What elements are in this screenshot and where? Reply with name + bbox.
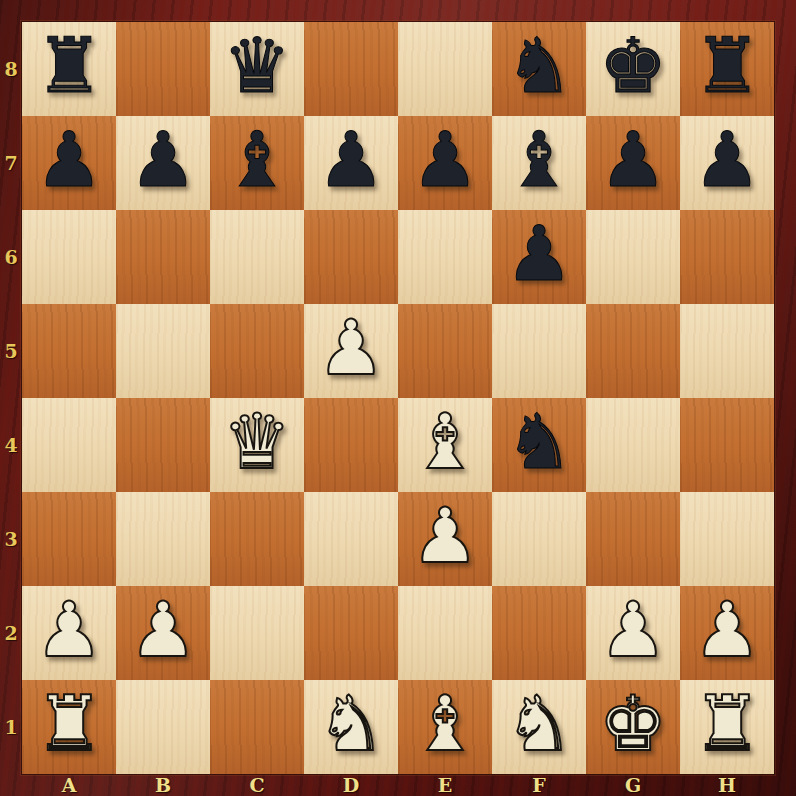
piece-black-rook[interactable]: ♜ (35, 28, 103, 104)
square-e4[interactable]: ♝ (398, 398, 492, 492)
square-f3[interactable] (492, 492, 586, 586)
square-g7[interactable]: ♟ (586, 116, 680, 210)
square-g5[interactable] (586, 304, 680, 398)
square-c6[interactable] (210, 210, 304, 304)
piece-black-knight[interactable]: ♞ (505, 28, 573, 104)
piece-white-pawn[interactable]: ♟ (317, 310, 385, 386)
square-d3[interactable] (304, 492, 398, 586)
rank-label-6: 6 (0, 210, 22, 304)
square-b2[interactable]: ♟ (116, 586, 210, 680)
piece-black-pawn[interactable]: ♟ (35, 122, 103, 198)
file-label-h: H (680, 774, 774, 796)
square-h5[interactable] (680, 304, 774, 398)
square-a2[interactable]: ♟ (22, 586, 116, 680)
square-b3[interactable] (116, 492, 210, 586)
square-f7[interactable]: ♝ (492, 116, 586, 210)
piece-black-bishop[interactable]: ♝ (223, 122, 291, 198)
square-h1[interactable]: ♜ (680, 680, 774, 774)
piece-black-king[interactable]: ♚ (599, 28, 667, 104)
file-label-a: A (22, 774, 116, 796)
piece-black-pawn[interactable]: ♟ (129, 122, 197, 198)
piece-white-rook[interactable]: ♜ (693, 686, 761, 762)
piece-black-pawn[interactable]: ♟ (411, 122, 479, 198)
square-e2[interactable] (398, 586, 492, 680)
file-label-e: E (398, 774, 492, 796)
piece-white-king[interactable]: ♚ (599, 686, 667, 762)
square-d5[interactable]: ♟ (304, 304, 398, 398)
file-label-f: F (492, 774, 586, 796)
square-c5[interactable] (210, 304, 304, 398)
square-h8[interactable]: ♜ (680, 22, 774, 116)
square-f8[interactable]: ♞ (492, 22, 586, 116)
square-a5[interactable] (22, 304, 116, 398)
square-b4[interactable] (116, 398, 210, 492)
piece-white-pawn[interactable]: ♟ (35, 592, 103, 668)
piece-white-bishop[interactable]: ♝ (411, 686, 479, 762)
square-d7[interactable]: ♟ (304, 116, 398, 210)
piece-black-pawn[interactable]: ♟ (505, 216, 573, 292)
square-c4[interactable]: ♛ (210, 398, 304, 492)
square-f2[interactable] (492, 586, 586, 680)
square-e7[interactable]: ♟ (398, 116, 492, 210)
square-c3[interactable] (210, 492, 304, 586)
square-b1[interactable] (116, 680, 210, 774)
square-d8[interactable] (304, 22, 398, 116)
board-frame: 87654321 ♜♛♞♚♜♟♟♝♟♟♝♟♟♟♟♛♝♞♟♟♟♟♟♜♞♝♞♚♜ A… (0, 0, 796, 796)
square-a6[interactable] (22, 210, 116, 304)
piece-white-queen[interactable]: ♛ (223, 404, 291, 480)
square-b6[interactable] (116, 210, 210, 304)
square-e1[interactable]: ♝ (398, 680, 492, 774)
square-e6[interactable] (398, 210, 492, 304)
square-f5[interactable] (492, 304, 586, 398)
square-g8[interactable]: ♚ (586, 22, 680, 116)
square-g1[interactable]: ♚ (586, 680, 680, 774)
rank-label-4: 4 (0, 398, 22, 492)
square-g3[interactable] (586, 492, 680, 586)
square-h7[interactable]: ♟ (680, 116, 774, 210)
chess-board[interactable]: ♜♛♞♚♜♟♟♝♟♟♝♟♟♟♟♛♝♞♟♟♟♟♟♜♞♝♞♚♜ (22, 22, 774, 774)
piece-black-pawn[interactable]: ♟ (599, 122, 667, 198)
piece-black-queen[interactable]: ♛ (223, 28, 291, 104)
square-h6[interactable] (680, 210, 774, 304)
square-f4[interactable]: ♞ (492, 398, 586, 492)
square-a8[interactable]: ♜ (22, 22, 116, 116)
square-c2[interactable] (210, 586, 304, 680)
rank-label-5: 5 (0, 304, 22, 398)
rank-label-1: 1 (0, 680, 22, 774)
square-g2[interactable]: ♟ (586, 586, 680, 680)
piece-white-knight[interactable]: ♞ (317, 686, 385, 762)
square-g4[interactable] (586, 398, 680, 492)
rank-label-3: 3 (0, 492, 22, 586)
piece-black-pawn[interactable]: ♟ (317, 122, 385, 198)
square-b7[interactable]: ♟ (116, 116, 210, 210)
piece-white-pawn[interactable]: ♟ (693, 592, 761, 668)
square-d1[interactable]: ♞ (304, 680, 398, 774)
square-d4[interactable] (304, 398, 398, 492)
square-a1[interactable]: ♜ (22, 680, 116, 774)
square-h3[interactable] (680, 492, 774, 586)
square-h2[interactable]: ♟ (680, 586, 774, 680)
piece-white-bishop[interactable]: ♝ (411, 404, 479, 480)
square-f1[interactable]: ♞ (492, 680, 586, 774)
file-label-c: C (210, 774, 304, 796)
piece-black-rook[interactable]: ♜ (693, 28, 761, 104)
piece-white-rook[interactable]: ♜ (35, 686, 103, 762)
square-d2[interactable] (304, 586, 398, 680)
square-f6[interactable]: ♟ (492, 210, 586, 304)
piece-white-pawn[interactable]: ♟ (129, 592, 197, 668)
square-b8[interactable] (116, 22, 210, 116)
rank-label-2: 2 (0, 586, 22, 680)
square-a7[interactable]: ♟ (22, 116, 116, 210)
square-e5[interactable] (398, 304, 492, 398)
square-e3[interactable]: ♟ (398, 492, 492, 586)
square-c7[interactable]: ♝ (210, 116, 304, 210)
file-labels: ABCDEFGH (22, 774, 774, 796)
square-b5[interactable] (116, 304, 210, 398)
file-label-d: D (304, 774, 398, 796)
rank-labels: 87654321 (0, 22, 22, 774)
square-a3[interactable] (22, 492, 116, 586)
piece-black-bishop[interactable]: ♝ (505, 122, 573, 198)
square-h4[interactable] (680, 398, 774, 492)
square-d6[interactable] (304, 210, 398, 304)
piece-white-pawn[interactable]: ♟ (599, 592, 667, 668)
piece-white-knight[interactable]: ♞ (505, 686, 573, 762)
piece-white-pawn[interactable]: ♟ (411, 498, 479, 574)
file-label-b: B (116, 774, 210, 796)
file-label-g: G (586, 774, 680, 796)
square-c8[interactable]: ♛ (210, 22, 304, 116)
piece-black-knight[interactable]: ♞ (505, 404, 573, 480)
piece-black-pawn[interactable]: ♟ (693, 122, 761, 198)
square-g6[interactable] (586, 210, 680, 304)
rank-label-8: 8 (0, 22, 22, 116)
square-e8[interactable] (398, 22, 492, 116)
rank-label-7: 7 (0, 116, 22, 210)
square-c1[interactable] (210, 680, 304, 774)
square-a4[interactable] (22, 398, 116, 492)
